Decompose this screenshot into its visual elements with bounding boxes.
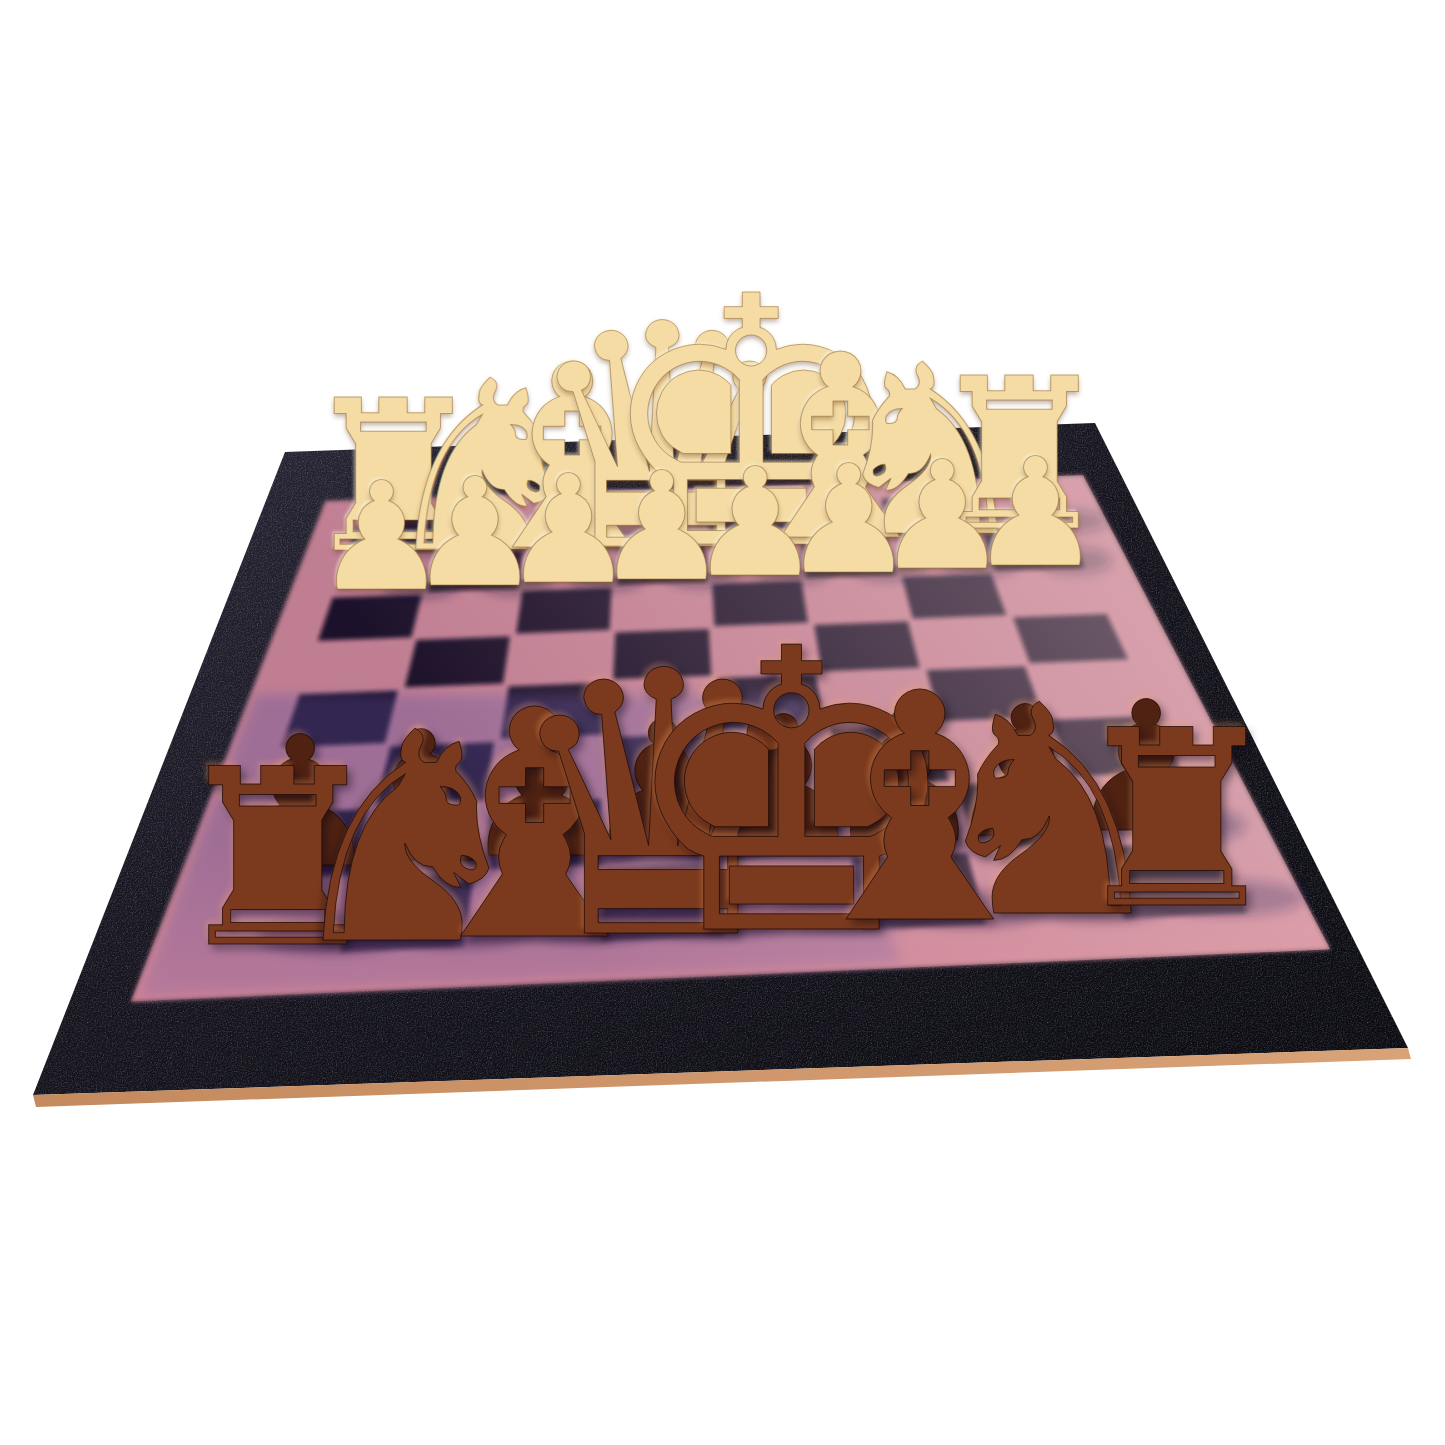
photo-stage: ♜♞♝♛♚♝♞♜♟♟♟♟♟♟♟♟♟♟♟♟♟♟♟♟♜♞♝♛♚♝♞♜ <box>0 0 1445 1445</box>
piece-black-rook: ♜ <box>1067 698 1287 943</box>
piece-white-pawn: ♟ <box>968 438 1102 588</box>
chess-pieces-layer: ♜♞♝♛♚♝♞♜♟♟♟♟♟♟♟♟♟♟♟♟♟♟♟♟♜♞♝♛♚♝♞♜ <box>0 0 1445 1445</box>
